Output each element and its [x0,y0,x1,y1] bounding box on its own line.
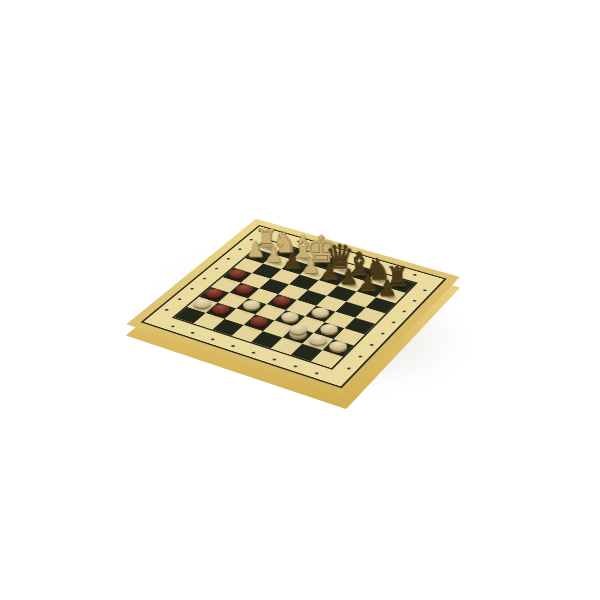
border-dot-icon [215,268,218,270]
border-dot-icon [423,289,427,291]
border-dot-icon [392,321,396,323]
border-dot-icon [381,332,385,334]
border-dot-icon [413,300,417,302]
border-dot-icon [315,372,319,374]
checker-light[interactable] [278,310,302,323]
border-dot-icon [178,298,182,300]
square-h7[interactable]: ♟ [376,287,406,303]
chess-piece-black-pawn[interactable]: ♟ [357,279,417,299]
border-dot-icon [171,325,175,327]
board-grid: ♜♞♝♚♛♝♞♜♟♟♟♟♟♟♟♟ [172,239,418,370]
photo-scene: ♞ ♜♞♝♚♛♝♞♜♟♟♟♟♟♟♟♟ [0,0,600,600]
border-dot-icon [165,309,169,311]
border-dot-icon [252,352,256,354]
border-dot-icon [190,288,194,290]
border-dot-icon [272,358,276,360]
border-dot-icon [231,345,235,347]
border-dot-icon [347,367,351,369]
border-dot-icon [402,310,406,312]
border-dot-icon [370,344,374,346]
border-dot-icon [191,332,195,334]
border-dot-icon [293,365,297,367]
border-dot-icon [358,355,362,357]
border-dot-icon [203,278,206,280]
border-dot-icon [211,338,215,340]
checker-light[interactable] [309,306,332,319]
